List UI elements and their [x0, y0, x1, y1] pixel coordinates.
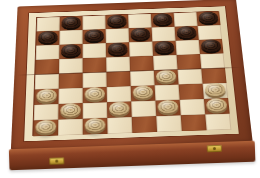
square-b2[interactable]	[59, 30, 82, 45]
dark-piece-d1[interactable]: ⛀	[107, 15, 127, 27]
square-g1[interactable]	[174, 12, 198, 27]
square-e2[interactable]: ⛀	[129, 27, 153, 42]
square-d4[interactable]	[106, 57, 130, 72]
light-piece-a6[interactable]: ⛂	[36, 89, 57, 103]
board-top-face: ⛀⛀⛀⛀⛀⛀⛀⛀⛀⛀⛀⛀⛂⛂⛂⛂⛂⛂⛂⛂⛂⛂⛂	[6, 0, 253, 150]
square-e6[interactable]: ⛂	[131, 85, 156, 101]
square-b3[interactable]: ⛀	[59, 44, 82, 59]
square-f7[interactable]: ⛂	[155, 100, 180, 116]
folding-board: ⛀⛀⛀⛀⛀⛀⛀⛀⛀⛀⛀⛀⛂⛂⛂⛂⛂⛂⛂⛂⛂⛂⛂	[11, 0, 253, 150]
square-d8[interactable]	[107, 117, 132, 134]
dark-piece-a2[interactable]: ⛀	[38, 31, 58, 43]
light-piece-h7[interactable]: ⛂	[206, 98, 228, 112]
square-a1[interactable]	[37, 17, 60, 32]
square-g8[interactable]	[181, 114, 207, 131]
square-c4[interactable]	[83, 57, 107, 72]
square-b8[interactable]	[58, 119, 83, 136]
square-d1[interactable]: ⛀	[105, 15, 128, 30]
square-f3[interactable]: ⛀	[152, 41, 176, 56]
square-a3[interactable]	[36, 45, 60, 60]
square-h1[interactable]: ⛀	[196, 11, 220, 26]
square-f6[interactable]	[155, 84, 180, 100]
square-d7[interactable]: ⛂	[107, 101, 132, 117]
square-f8[interactable]	[156, 115, 182, 132]
square-h3[interactable]: ⛀	[199, 39, 224, 54]
checkers-photo: ⛀⛀⛀⛀⛀⛀⛀⛀⛀⛀⛀⛀⛂⛂⛂⛂⛂⛂⛂⛂⛂⛂⛂	[0, 0, 260, 178]
light-piece-f7[interactable]: ⛂	[157, 100, 178, 114]
square-c7[interactable]	[83, 102, 108, 118]
dark-piece-c2[interactable]: ⛀	[84, 29, 104, 41]
dark-piece-g2[interactable]: ⛀	[176, 26, 196, 38]
square-f2[interactable]	[152, 27, 176, 42]
square-a7[interactable]	[34, 104, 59, 120]
square-b4[interactable]	[59, 58, 83, 73]
square-a2[interactable]: ⛀	[36, 31, 59, 46]
dark-piece-e2[interactable]: ⛀	[130, 28, 150, 40]
brass-latch-icon	[207, 145, 222, 153]
light-piece-h6[interactable]: ⛂	[204, 83, 225, 96]
square-h6[interactable]: ⛂	[203, 83, 229, 99]
brass-latch-icon	[49, 157, 64, 165]
dark-piece-h3[interactable]: ⛀	[201, 39, 222, 52]
square-d6[interactable]	[107, 86, 132, 102]
light-piece-f5[interactable]: ⛂	[156, 70, 177, 83]
square-f1[interactable]: ⛀	[151, 13, 175, 28]
square-e7[interactable]	[131, 101, 156, 117]
dark-piece-d3[interactable]: ⛀	[108, 42, 128, 55]
square-b7[interactable]: ⛂	[58, 103, 82, 119]
square-g5[interactable]	[178, 69, 203, 85]
light-piece-d7[interactable]: ⛂	[109, 101, 130, 115]
square-f5[interactable]: ⛂	[154, 70, 179, 86]
square-c6[interactable]: ⛂	[83, 87, 107, 103]
light-piece-a8[interactable]: ⛂	[35, 120, 56, 134]
square-a6[interactable]: ⛂	[34, 89, 58, 105]
light-piece-c6[interactable]: ⛂	[85, 87, 105, 101]
square-b1[interactable]: ⛀	[60, 16, 83, 31]
square-a5[interactable]	[35, 74, 59, 90]
square-e5[interactable]	[130, 70, 155, 86]
square-c8[interactable]: ⛂	[83, 118, 108, 135]
square-e8[interactable]	[132, 116, 157, 133]
dark-piece-b1[interactable]: ⛀	[61, 16, 80, 28]
square-h7[interactable]: ⛂	[204, 98, 230, 114]
light-piece-c8[interactable]: ⛂	[85, 118, 106, 132]
square-c3[interactable]	[83, 43, 106, 58]
square-b5[interactable]	[59, 73, 83, 89]
square-c2[interactable]: ⛀	[83, 29, 106, 44]
light-piece-b7[interactable]: ⛂	[60, 103, 81, 117]
square-e1[interactable]	[128, 14, 151, 29]
square-e3[interactable]	[129, 41, 153, 56]
square-c5[interactable]	[83, 72, 107, 88]
square-c1[interactable]	[83, 15, 106, 30]
dark-piece-h1[interactable]: ⛀	[198, 11, 218, 23]
light-piece-e6[interactable]: ⛂	[133, 85, 154, 98]
dark-piece-f3[interactable]: ⛀	[154, 41, 174, 54]
square-f4[interactable]	[153, 55, 177, 70]
square-d3[interactable]: ⛀	[106, 42, 130, 57]
square-d5[interactable]	[106, 71, 130, 87]
dark-piece-f1[interactable]: ⛀	[153, 13, 173, 25]
square-g2[interactable]: ⛀	[175, 26, 199, 41]
square-g6[interactable]	[179, 84, 204, 100]
square-h2[interactable]	[198, 25, 222, 40]
board-tilt-wrapper: ⛀⛀⛀⛀⛀⛀⛀⛀⛀⛀⛀⛀⛂⛂⛂⛂⛂⛂⛂⛂⛂⛂⛂	[0, 0, 260, 178]
dark-piece-b3[interactable]: ⛀	[61, 44, 81, 57]
square-b6[interactable]	[58, 88, 82, 104]
square-g7[interactable]	[180, 99, 206, 115]
square-g3[interactable]	[176, 40, 200, 55]
square-h8[interactable]	[205, 114, 231, 131]
square-e4[interactable]	[130, 56, 154, 71]
square-a8[interactable]: ⛂	[33, 120, 58, 137]
square-h5[interactable]	[201, 68, 226, 84]
square-d2[interactable]	[106, 28, 129, 43]
